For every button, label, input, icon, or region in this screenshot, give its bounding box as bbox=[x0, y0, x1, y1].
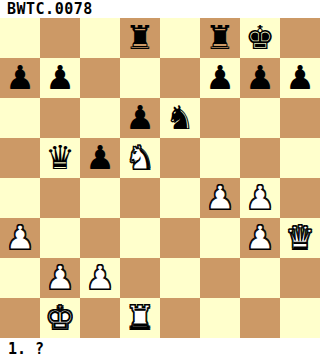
square-f3[interactable] bbox=[200, 218, 240, 258]
square-h7[interactable]: ♟ bbox=[280, 58, 320, 98]
piece-black-queen: ♛ bbox=[45, 138, 75, 178]
square-g7[interactable]: ♟ bbox=[240, 58, 280, 98]
square-d7[interactable] bbox=[120, 58, 160, 98]
move-prompt: 1. ? bbox=[0, 338, 320, 360]
square-a5[interactable] bbox=[0, 138, 40, 178]
square-g2[interactable] bbox=[240, 258, 280, 298]
square-b1[interactable]: ♚ bbox=[40, 298, 80, 338]
puzzle-title: BWTC.0078 bbox=[0, 0, 320, 18]
square-h8[interactable] bbox=[280, 18, 320, 58]
piece-black-pawn: ♟ bbox=[125, 98, 155, 138]
square-c1[interactable] bbox=[80, 298, 120, 338]
square-e5[interactable] bbox=[160, 138, 200, 178]
piece-black-pawn: ♟ bbox=[85, 138, 115, 178]
square-g1[interactable] bbox=[240, 298, 280, 338]
square-b3[interactable] bbox=[40, 218, 80, 258]
piece-black-rook: ♜ bbox=[205, 18, 235, 58]
piece-black-pawn: ♟ bbox=[205, 58, 235, 98]
square-d2[interactable] bbox=[120, 258, 160, 298]
square-h4[interactable] bbox=[280, 178, 320, 218]
piece-white-pawn: ♟ bbox=[205, 178, 235, 218]
square-f6[interactable] bbox=[200, 98, 240, 138]
square-e6[interactable]: ♞ bbox=[160, 98, 200, 138]
square-c5[interactable]: ♟ bbox=[80, 138, 120, 178]
chess-diagram-window: BWTC.0078 ♜♜♚♟♟♟♟♟♟♞♛♟♞♟♟♟♟♛♟♟♚♜ 1. ? bbox=[0, 0, 320, 360]
square-c2[interactable]: ♟ bbox=[80, 258, 120, 298]
square-h3[interactable]: ♛ bbox=[280, 218, 320, 258]
piece-white-pawn: ♟ bbox=[85, 258, 115, 298]
piece-black-pawn: ♟ bbox=[285, 58, 315, 98]
square-b8[interactable] bbox=[40, 18, 80, 58]
square-e4[interactable] bbox=[160, 178, 200, 218]
square-h1[interactable] bbox=[280, 298, 320, 338]
square-a4[interactable] bbox=[0, 178, 40, 218]
piece-white-pawn: ♟ bbox=[245, 218, 275, 258]
square-c6[interactable] bbox=[80, 98, 120, 138]
square-d6[interactable]: ♟ bbox=[120, 98, 160, 138]
square-e8[interactable] bbox=[160, 18, 200, 58]
piece-black-pawn: ♟ bbox=[245, 58, 275, 98]
piece-white-pawn: ♟ bbox=[5, 218, 35, 258]
square-g8[interactable]: ♚ bbox=[240, 18, 280, 58]
piece-white-knight: ♞ bbox=[125, 138, 155, 178]
square-g4[interactable]: ♟ bbox=[240, 178, 280, 218]
square-g6[interactable] bbox=[240, 98, 280, 138]
square-h2[interactable] bbox=[280, 258, 320, 298]
chessboard: ♜♜♚♟♟♟♟♟♟♞♛♟♞♟♟♟♟♛♟♟♚♜ bbox=[0, 18, 320, 338]
piece-black-rook: ♜ bbox=[125, 18, 155, 58]
square-f4[interactable]: ♟ bbox=[200, 178, 240, 218]
square-a2[interactable] bbox=[0, 258, 40, 298]
piece-white-pawn: ♟ bbox=[245, 178, 275, 218]
square-f8[interactable]: ♜ bbox=[200, 18, 240, 58]
square-d4[interactable] bbox=[120, 178, 160, 218]
square-b7[interactable]: ♟ bbox=[40, 58, 80, 98]
square-f2[interactable] bbox=[200, 258, 240, 298]
square-d8[interactable]: ♜ bbox=[120, 18, 160, 58]
square-c4[interactable] bbox=[80, 178, 120, 218]
square-a3[interactable]: ♟ bbox=[0, 218, 40, 258]
piece-black-knight: ♞ bbox=[165, 98, 195, 138]
square-c8[interactable] bbox=[80, 18, 120, 58]
piece-white-king: ♚ bbox=[45, 298, 75, 338]
square-d3[interactable] bbox=[120, 218, 160, 258]
square-a8[interactable] bbox=[0, 18, 40, 58]
square-h6[interactable] bbox=[280, 98, 320, 138]
square-b4[interactable] bbox=[40, 178, 80, 218]
square-e7[interactable] bbox=[160, 58, 200, 98]
square-g5[interactable] bbox=[240, 138, 280, 178]
square-c3[interactable] bbox=[80, 218, 120, 258]
piece-black-king: ♚ bbox=[245, 18, 275, 58]
piece-white-pawn: ♟ bbox=[45, 258, 75, 298]
square-a6[interactable] bbox=[0, 98, 40, 138]
square-g3[interactable]: ♟ bbox=[240, 218, 280, 258]
piece-black-pawn: ♟ bbox=[5, 58, 35, 98]
square-d5[interactable]: ♞ bbox=[120, 138, 160, 178]
square-f5[interactable] bbox=[200, 138, 240, 178]
square-h5[interactable] bbox=[280, 138, 320, 178]
square-e2[interactable] bbox=[160, 258, 200, 298]
square-a7[interactable]: ♟ bbox=[0, 58, 40, 98]
square-b5[interactable]: ♛ bbox=[40, 138, 80, 178]
square-d1[interactable]: ♜ bbox=[120, 298, 160, 338]
square-b2[interactable]: ♟ bbox=[40, 258, 80, 298]
square-f1[interactable] bbox=[200, 298, 240, 338]
piece-white-rook: ♜ bbox=[125, 298, 155, 338]
piece-white-queen: ♛ bbox=[285, 218, 315, 258]
square-c7[interactable] bbox=[80, 58, 120, 98]
square-f7[interactable]: ♟ bbox=[200, 58, 240, 98]
square-a1[interactable] bbox=[0, 298, 40, 338]
square-e1[interactable] bbox=[160, 298, 200, 338]
square-b6[interactable] bbox=[40, 98, 80, 138]
square-e3[interactable] bbox=[160, 218, 200, 258]
piece-black-pawn: ♟ bbox=[45, 58, 75, 98]
